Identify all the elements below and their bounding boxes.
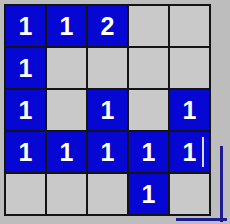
cell-r1c1[interactable]: 1 (6, 6, 45, 46)
cell-r3c2[interactable] (47, 90, 86, 130)
selection-bracket-vertical (220, 146, 223, 222)
cell-r4c1[interactable]: 1 (6, 132, 45, 172)
cell-r3c5[interactable]: 1 (170, 90, 209, 130)
cell-r5c1[interactable] (6, 174, 45, 214)
cell-r1c5[interactable] (170, 6, 209, 46)
cell-r1c4[interactable] (129, 6, 168, 46)
text-caret (202, 137, 204, 167)
cell-r2c2[interactable] (47, 48, 86, 88)
cell-r1c2[interactable]: 1 (47, 6, 86, 46)
cell-r5c2[interactable] (47, 174, 86, 214)
cell-r1c3[interactable]: 2 (88, 6, 127, 46)
cell-r2c4[interactable] (129, 48, 168, 88)
cell-r4c4[interactable]: 1 (129, 132, 168, 172)
cell-r5c5[interactable] (170, 174, 209, 214)
cell-r3c4[interactable] (129, 90, 168, 130)
cell-r5c3[interactable] (88, 174, 127, 214)
puzzle-board: 1121111111111 (4, 4, 211, 216)
cell-r3c1[interactable]: 1 (6, 90, 45, 130)
cell-r2c1[interactable]: 1 (6, 48, 45, 88)
cell-r2c3[interactable] (88, 48, 127, 88)
puzzle-stage: 1121111111111 (0, 0, 230, 224)
cell-r4c2[interactable]: 1 (47, 132, 86, 172)
cell-r4c3[interactable]: 1 (88, 132, 127, 172)
selection-bracket-horizontal (176, 218, 227, 221)
cell-r5c4[interactable]: 1 (129, 174, 168, 214)
cell-r2c5[interactable] (170, 48, 209, 88)
cell-r3c3[interactable]: 1 (88, 90, 127, 130)
cell-r4c5[interactable]: 1 (170, 132, 209, 172)
